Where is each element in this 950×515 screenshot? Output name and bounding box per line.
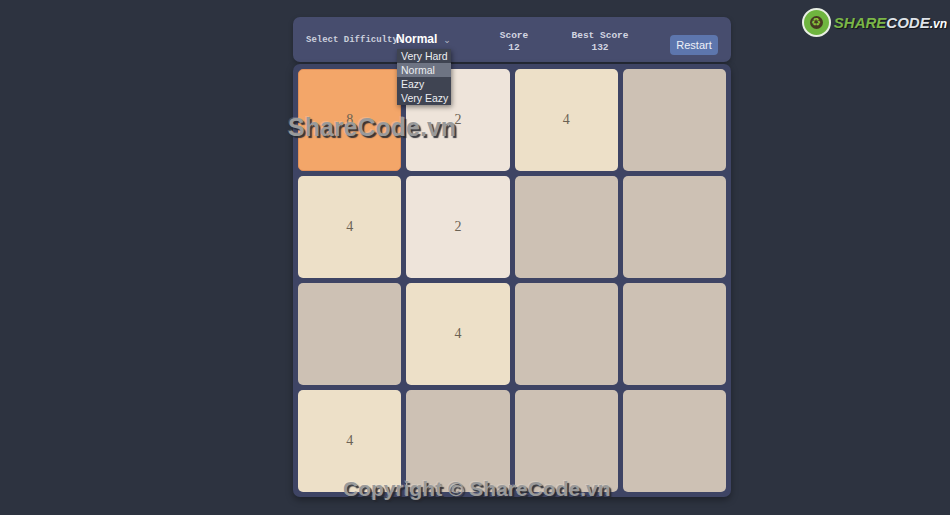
tile-r1c1-value-2: 2 [406,176,509,278]
tile-r2c0-empty [298,283,401,385]
tile-number: 8 [346,112,353,128]
sharecode-logo[interactable]: ♻ SHARECODE.vn [802,6,947,39]
score-label: Score [474,30,554,42]
tile-r2c2-empty [515,283,618,385]
tile-r2c3-empty [623,283,726,385]
tile-r3c3-empty [623,390,726,492]
difficulty-label: Select Difficulty: [306,35,403,45]
dropdown-option-normal[interactable]: Normal [397,63,451,77]
recycle-icon: ♻ [802,8,831,37]
board-grid[interactable]: 8244244 [293,64,731,497]
logo-text-vn: .vn [930,17,947,31]
best-score-block: Best Score 132 [560,30,640,54]
tile-r3c1-empty [406,390,509,492]
chevron-down-icon: ⌄ [443,35,451,45]
best-score-value: 132 [560,42,640,54]
tile-number: 4 [563,112,570,128]
recycle-icon-glyph: ♻ [810,16,823,29]
tile-number: 2 [454,112,461,128]
tile-number: 4 [346,433,353,449]
page: ♻ SHARECODE.vn Select Difficulty: Normal… [0,0,950,515]
difficulty-selected-value: Normal [396,32,437,46]
tile-r1c2-empty [515,176,618,278]
logo-text-share: SHARE [834,14,887,31]
tile-number: 2 [454,219,461,235]
tile-r1c3-empty [623,176,726,278]
dropdown-option-very-eazy[interactable]: Very Eazy [397,91,451,105]
tile-r0c2-value-4: 4 [515,69,618,171]
tile-number: 4 [346,219,353,235]
logo-text-code: CODE [886,14,929,31]
dropdown-option-eazy[interactable]: Eazy [397,77,451,91]
logo-text: SHARECODE.vn [834,14,947,32]
tile-number: 4 [454,326,461,342]
dropdown-option-very-hard[interactable]: Very Hard [397,49,451,63]
tile-r1c0-value-4: 4 [298,176,401,278]
tile-r0c0-value-8: 8 [298,69,401,171]
tile-r2c1-value-4: 4 [406,283,509,385]
tile-r3c0-value-4: 4 [298,390,401,492]
difficulty-dropdown: Very Hard Normal Eazy Very Eazy [397,49,451,105]
tile-r3c2-empty [515,390,618,492]
score-value: 12 [474,42,554,54]
score-block: Score 12 [474,30,554,54]
restart-button[interactable]: Restart [670,35,718,55]
game-header: Select Difficulty: Normal ⌄ Score 12 Bes… [293,17,731,62]
tile-r0c3-empty [623,69,726,171]
best-score-label: Best Score [560,30,640,42]
